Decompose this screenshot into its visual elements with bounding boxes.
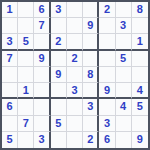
cell-r8c8-empty[interactable] (116, 116, 132, 132)
cell-r9c6-given[interactable]: 2 (83, 132, 99, 148)
cell-r6c7-given[interactable]: 9 (99, 83, 115, 99)
cell-r7c3-empty[interactable] (34, 99, 50, 115)
cell-r4c8-given[interactable]: 5 (116, 51, 132, 67)
cell-r4c9-empty[interactable] (132, 51, 148, 67)
cell-r1c4-given[interactable]: 3 (51, 2, 67, 18)
cell-r8c2-given[interactable]: 7 (18, 116, 34, 132)
cell-r8c6-empty[interactable] (83, 116, 99, 132)
cell-r5c4-given[interactable]: 9 (51, 67, 67, 83)
cell-r9c7-given[interactable]: 6 (99, 132, 115, 148)
cell-r9c4-empty[interactable] (51, 132, 67, 148)
cell-r2c5-empty[interactable] (67, 18, 83, 34)
cell-r5c2-empty[interactable] (18, 67, 34, 83)
cell-r3c3-empty[interactable] (34, 34, 50, 50)
cell-r7c5-empty[interactable] (67, 99, 83, 115)
cell-r1c5-empty[interactable] (67, 2, 83, 18)
cell-r1c2-empty[interactable] (18, 2, 34, 18)
cell-r2c6-given[interactable]: 9 (83, 18, 99, 34)
cell-r5c6-given[interactable]: 8 (83, 67, 99, 83)
cell-r1c1-given[interactable]: 1 (2, 2, 18, 18)
cell-r9c5-empty[interactable] (67, 132, 83, 148)
cell-r9c9-given[interactable]: 9 (132, 132, 148, 148)
cell-r1c7-given[interactable]: 2 (99, 2, 115, 18)
cell-r9c2-empty[interactable] (18, 132, 34, 148)
cell-r5c9-empty[interactable] (132, 67, 148, 83)
cell-r5c8-empty[interactable] (116, 67, 132, 83)
cell-r7c4-empty[interactable] (51, 99, 67, 115)
cell-r3c2-given[interactable]: 5 (18, 34, 34, 50)
cell-r4c5-given[interactable]: 2 (67, 51, 83, 67)
cell-r6c1-empty[interactable] (2, 83, 18, 99)
cell-r8c7-given[interactable]: 3 (99, 116, 115, 132)
cell-r8c3-empty[interactable] (34, 116, 50, 132)
cell-r4c4-empty[interactable] (51, 51, 67, 67)
cell-r8c5-empty[interactable] (67, 116, 83, 132)
cell-r2c4-empty[interactable] (51, 18, 67, 34)
cell-r1c9-given[interactable]: 8 (132, 2, 148, 18)
cell-r9c8-empty[interactable] (116, 132, 132, 148)
cell-r7c7-empty[interactable] (99, 99, 115, 115)
cell-r5c7-empty[interactable] (99, 67, 115, 83)
cell-r7c8-given[interactable]: 4 (116, 99, 132, 115)
cell-r3c8-empty[interactable] (116, 34, 132, 50)
cell-r3c6-empty[interactable] (83, 34, 99, 50)
cell-r6c6-empty[interactable] (83, 83, 99, 99)
cell-r2c9-empty[interactable] (132, 18, 148, 34)
cell-r8c4-given[interactable]: 5 (51, 116, 67, 132)
cell-r7c6-given[interactable]: 3 (83, 99, 99, 115)
cell-r9c3-given[interactable]: 3 (34, 132, 50, 148)
cell-r6c3-empty[interactable] (34, 83, 50, 99)
cell-r6c4-empty[interactable] (51, 83, 67, 99)
sudoku-board: 1632879335217925981394634575353269 (0, 0, 150, 150)
cell-r5c3-empty[interactable] (34, 67, 50, 83)
cell-r3c1-given[interactable]: 3 (2, 34, 18, 50)
cell-r3c7-empty[interactable] (99, 34, 115, 50)
cell-r7c2-empty[interactable] (18, 99, 34, 115)
cell-r4c7-empty[interactable] (99, 51, 115, 67)
cell-r4c3-given[interactable]: 9 (34, 51, 50, 67)
cell-r9c1-given[interactable]: 5 (2, 132, 18, 148)
cell-r2c1-empty[interactable] (2, 18, 18, 34)
cell-r4c2-empty[interactable] (18, 51, 34, 67)
cell-r6c2-given[interactable]: 1 (18, 83, 34, 99)
cell-r8c9-empty[interactable] (132, 116, 148, 132)
cell-r3c9-given[interactable]: 1 (132, 34, 148, 50)
cell-r7c9-given[interactable]: 5 (132, 99, 148, 115)
cell-r4c6-empty[interactable] (83, 51, 99, 67)
cell-r4c1-given[interactable]: 7 (2, 51, 18, 67)
cell-r2c7-empty[interactable] (99, 18, 115, 34)
cell-r6c8-empty[interactable] (116, 83, 132, 99)
cell-r1c6-empty[interactable] (83, 2, 99, 18)
cell-r1c3-given[interactable]: 6 (34, 2, 50, 18)
cell-r5c1-empty[interactable] (2, 67, 18, 83)
cell-r5c5-empty[interactable] (67, 67, 83, 83)
cell-r8c1-empty[interactable] (2, 116, 18, 132)
cell-r2c3-given[interactable]: 7 (34, 18, 50, 34)
cell-r3c5-empty[interactable] (67, 34, 83, 50)
cell-r7c1-given[interactable]: 6 (2, 99, 18, 115)
cell-r2c8-given[interactable]: 3 (116, 18, 132, 34)
cell-r6c5-given[interactable]: 3 (67, 83, 83, 99)
cell-r6c9-given[interactable]: 4 (132, 83, 148, 99)
cell-r3c4-given[interactable]: 2 (51, 34, 67, 50)
cell-r2c2-empty[interactable] (18, 18, 34, 34)
cell-r1c8-empty[interactable] (116, 2, 132, 18)
